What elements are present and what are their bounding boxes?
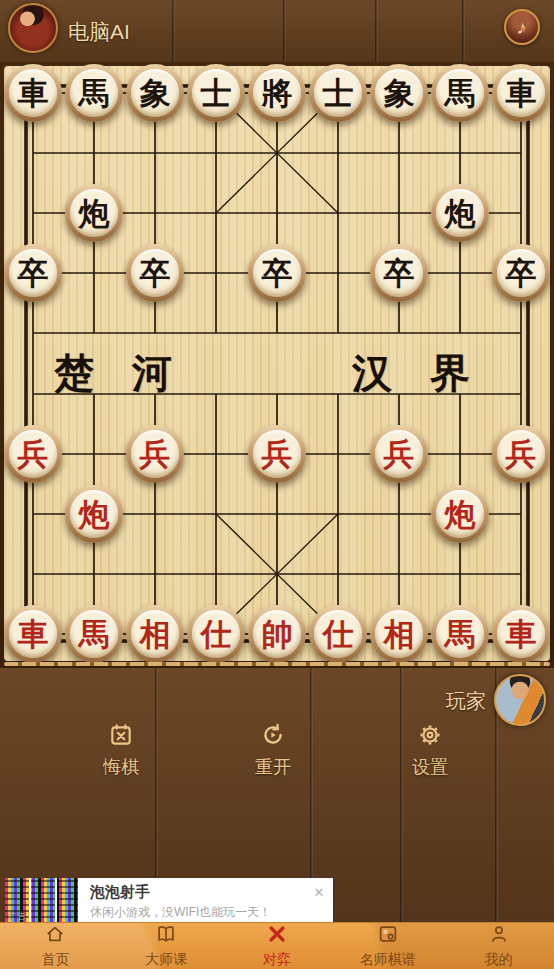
piece-卒-black[interactable]: 卒 xyxy=(248,244,306,302)
piece-character: 將 xyxy=(262,78,293,109)
nav-label: 名师棋谱 xyxy=(360,951,416,969)
settings-label: 设置 xyxy=(412,755,448,779)
book-icon xyxy=(155,923,177,949)
piece-character: 炮 xyxy=(445,499,476,530)
nav-item-masterclass[interactable]: 大师课 xyxy=(111,923,222,969)
piece-卒-black[interactable]: 卒 xyxy=(126,244,184,302)
piece-character: 車 xyxy=(18,78,49,109)
piece-character: 馬 xyxy=(445,78,476,109)
piece-兵-red[interactable]: 兵 xyxy=(4,425,62,483)
piece-character: 馬 xyxy=(445,619,476,650)
board-edge-trim xyxy=(4,662,550,666)
piece-卒-black[interactable]: 卒 xyxy=(370,244,428,302)
nav-item-profile[interactable]: 我的 xyxy=(443,923,554,969)
nav-item-home[interactable]: 首页 xyxy=(0,923,111,969)
piece-炮-black[interactable]: 炮 xyxy=(65,184,123,242)
ad-card[interactable]: 泡泡射手 休闲小游戏，没WIFI也能玩一天！ × xyxy=(78,878,333,922)
undo-calendar-x-icon xyxy=(108,722,134,748)
piece-仕-red[interactable]: 仕 xyxy=(309,605,367,663)
nav-label: 对弈 xyxy=(263,951,291,969)
ad-subtitle: 休闲小游戏，没WIFI也能玩一天！ xyxy=(90,904,271,921)
piece-帥-red[interactable]: 帥 xyxy=(248,605,306,663)
music-toggle-button[interactable]: ♪ xyxy=(504,9,540,45)
piece-車-red[interactable]: 車 xyxy=(492,605,550,663)
piece-車-black[interactable]: 車 xyxy=(492,64,550,122)
restart-label: 重开 xyxy=(255,755,291,779)
ad-banner[interactable]: 广告 泡泡射手 休闲小游戏，没WIFI也能玩一天！ × xyxy=(5,878,333,924)
piece-character: 馬 xyxy=(79,78,110,109)
piece-馬-black[interactable]: 馬 xyxy=(65,64,123,122)
piece-炮-black[interactable]: 炮 xyxy=(431,184,489,242)
ad-title: 泡泡射手 xyxy=(90,883,150,902)
wood-seam xyxy=(172,0,175,62)
music-note-icon: ♪ xyxy=(516,17,528,37)
piece-兵-red[interactable]: 兵 xyxy=(492,425,550,483)
piece-相-red[interactable]: 相 xyxy=(126,605,184,663)
nav-label: 大师课 xyxy=(145,951,187,969)
xiangqi-board[interactable]: 楚 河 汉 界 車馬象士將士象馬車炮炮卒卒卒卒卒兵兵兵兵兵炮炮車馬相仕帥仕相馬車 xyxy=(0,62,554,668)
piece-象-black[interactable]: 象 xyxy=(370,64,428,122)
piece-character: 兵 xyxy=(140,439,171,470)
wood-seam xyxy=(462,0,465,62)
piece-character: 炮 xyxy=(445,198,476,229)
piece-character: 相 xyxy=(140,619,171,650)
settings-gear-icon xyxy=(417,722,443,748)
bottom-nav: 首页 大师课 对弈 xyxy=(0,922,554,969)
chessboard-stones-icon xyxy=(377,923,399,949)
piece-character: 象 xyxy=(140,78,171,109)
home-icon xyxy=(44,923,66,949)
undo-label: 悔棋 xyxy=(103,755,139,779)
piece-車-black[interactable]: 車 xyxy=(4,64,62,122)
restart-arrows-icon xyxy=(260,722,286,748)
piece-character: 兵 xyxy=(506,439,537,470)
player-avatar[interactable] xyxy=(494,674,546,726)
piece-character: 車 xyxy=(506,78,537,109)
piece-character: 士 xyxy=(201,78,232,109)
nav-label: 我的 xyxy=(485,951,513,969)
person-icon xyxy=(488,923,510,949)
piece-character: 兵 xyxy=(384,439,415,470)
piece-仕-red[interactable]: 仕 xyxy=(187,605,245,663)
top-bar: 电脑AI ♪ xyxy=(0,0,554,62)
piece-炮-red[interactable]: 炮 xyxy=(431,485,489,543)
piece-相-red[interactable]: 相 xyxy=(370,605,428,663)
piece-character: 帥 xyxy=(262,619,293,650)
piece-character: 馬 xyxy=(79,619,110,650)
crossed-swords-icon xyxy=(266,923,288,949)
piece-character: 車 xyxy=(18,619,49,650)
piece-兵-red[interactable]: 兵 xyxy=(370,425,428,483)
nav-label: 首页 xyxy=(41,951,69,969)
settings-button[interactable]: 设置 xyxy=(382,722,478,779)
ad-thumb-divider xyxy=(29,878,31,924)
piece-character: 卒 xyxy=(18,258,49,289)
piece-車-red[interactable]: 車 xyxy=(4,605,62,663)
piece-character: 炮 xyxy=(79,198,110,229)
piece-象-black[interactable]: 象 xyxy=(126,64,184,122)
piece-卒-black[interactable]: 卒 xyxy=(4,244,62,302)
piece-character: 卒 xyxy=(384,258,415,289)
piece-character: 車 xyxy=(506,619,537,650)
piece-character: 炮 xyxy=(79,499,110,530)
piece-士-black[interactable]: 士 xyxy=(309,64,367,122)
ad-close-icon[interactable]: × xyxy=(314,884,324,901)
piece-馬-red[interactable]: 馬 xyxy=(431,605,489,663)
undo-move-button[interactable]: 悔棋 xyxy=(73,722,169,779)
restart-game-button[interactable]: 重开 xyxy=(225,722,321,779)
river-label-right: 汉 界 xyxy=(328,346,508,401)
wood-seam xyxy=(283,0,286,62)
xiangqi-app: 电脑AI ♪ 楚 河 汉 界 車馬象士將士象馬車 xyxy=(0,0,554,969)
piece-卒-black[interactable]: 卒 xyxy=(492,244,550,302)
river-label-left: 楚 河 xyxy=(30,346,210,401)
piece-character: 兵 xyxy=(262,439,293,470)
nav-item-game-records[interactable]: 名师棋谱 xyxy=(332,923,443,969)
piece-character: 仕 xyxy=(323,619,354,650)
player-name: 玩家 xyxy=(446,688,486,715)
piece-character: 卒 xyxy=(506,258,537,289)
piece-兵-red[interactable]: 兵 xyxy=(248,425,306,483)
piece-character: 仕 xyxy=(201,619,232,650)
piece-炮-red[interactable]: 炮 xyxy=(65,485,123,543)
piece-士-black[interactable]: 士 xyxy=(187,64,245,122)
wood-seam xyxy=(375,0,378,62)
piece-character: 兵 xyxy=(18,439,49,470)
piece-兵-red[interactable]: 兵 xyxy=(126,425,184,483)
opponent-name: 电脑AI xyxy=(68,18,130,46)
piece-character: 象 xyxy=(384,78,415,109)
opponent-avatar[interactable] xyxy=(8,3,58,53)
nav-item-play[interactable]: 对弈 xyxy=(222,923,333,969)
piece-將-black[interactable]: 將 xyxy=(248,64,306,122)
piece-character: 卒 xyxy=(140,258,171,289)
ad-thumbnail[interactable]: 广告 xyxy=(5,878,78,924)
ad-thumb-divider xyxy=(55,878,57,924)
piece-character: 卒 xyxy=(262,258,293,289)
piece-character: 士 xyxy=(323,78,354,109)
piece-馬-black[interactable]: 馬 xyxy=(431,64,489,122)
piece-character: 相 xyxy=(384,619,415,650)
piece-馬-red[interactable]: 馬 xyxy=(65,605,123,663)
